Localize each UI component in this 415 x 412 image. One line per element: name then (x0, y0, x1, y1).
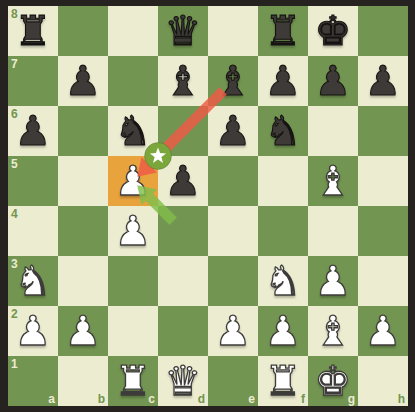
piece-black-bishop[interactable]: ♝ (208, 56, 258, 106)
square-e8[interactable] (208, 6, 258, 56)
square-b4[interactable] (58, 206, 108, 256)
rank-label-7: 7 (11, 57, 18, 71)
square-f5[interactable] (258, 156, 308, 206)
piece-white-bishop[interactable]: ♝ (308, 156, 358, 206)
square-a1[interactable]: 1a (8, 356, 58, 406)
square-e4[interactable] (208, 206, 258, 256)
square-d2[interactable] (158, 306, 208, 356)
square-e7[interactable]: ♝ (208, 56, 258, 106)
square-b3[interactable] (58, 256, 108, 306)
square-c8[interactable] (108, 6, 158, 56)
square-g3[interactable]: ♟ (308, 256, 358, 306)
piece-black-pawn[interactable]: ♟ (308, 56, 358, 106)
piece-black-pawn[interactable]: ♟ (8, 106, 58, 156)
piece-white-pawn[interactable]: ♟ (258, 306, 308, 356)
square-b5[interactable] (58, 156, 108, 206)
square-g8[interactable]: ♚ (308, 6, 358, 56)
square-g5[interactable]: ♝ (308, 156, 358, 206)
piece-white-queen[interactable]: ♛ (158, 356, 208, 406)
rank-label-1: 1 (11, 357, 18, 371)
square-h1[interactable]: h (358, 356, 408, 406)
piece-white-rook[interactable]: ♜ (258, 356, 308, 406)
square-a7[interactable]: 7 (8, 56, 58, 106)
square-b2[interactable]: ♟ (58, 306, 108, 356)
piece-white-rook[interactable]: ♜ (108, 356, 158, 406)
square-h7[interactable]: ♟ (358, 56, 408, 106)
square-d6[interactable] (158, 106, 208, 156)
square-f2[interactable]: ♟ (258, 306, 308, 356)
square-f1[interactable]: f♜ (258, 356, 308, 406)
square-g4[interactable] (308, 206, 358, 256)
square-b8[interactable] (58, 6, 108, 56)
square-e3[interactable] (208, 256, 258, 306)
square-h5[interactable] (358, 156, 408, 206)
piece-black-pawn[interactable]: ♟ (158, 156, 208, 206)
square-c5[interactable]: ♟ (108, 156, 158, 206)
square-e6[interactable]: ♟ (208, 106, 258, 156)
square-e1[interactable]: e (208, 356, 258, 406)
square-d7[interactable]: ♝ (158, 56, 208, 106)
square-e2[interactable]: ♟ (208, 306, 258, 356)
piece-black-pawn[interactable]: ♟ (358, 56, 408, 106)
square-c6[interactable]: ♞ (108, 106, 158, 156)
square-f6[interactable]: ♞ (258, 106, 308, 156)
piece-white-pawn[interactable]: ♟ (108, 206, 158, 256)
square-g1[interactable]: g♚ (308, 356, 358, 406)
square-h6[interactable] (358, 106, 408, 156)
square-b6[interactable] (58, 106, 108, 156)
square-b1[interactable]: b (58, 356, 108, 406)
square-d5[interactable]: ♟ (158, 156, 208, 206)
square-h4[interactable] (358, 206, 408, 256)
square-f3[interactable]: ♞ (258, 256, 308, 306)
square-c3[interactable] (108, 256, 158, 306)
piece-white-pawn[interactable]: ♟ (308, 256, 358, 306)
square-c7[interactable] (108, 56, 158, 106)
square-a2[interactable]: 2♟ (8, 306, 58, 356)
piece-white-pawn[interactable]: ♟ (58, 306, 108, 356)
piece-white-knight[interactable]: ♞ (258, 256, 308, 306)
square-f8[interactable]: ♜ (258, 6, 308, 56)
square-g6[interactable] (308, 106, 358, 156)
square-b7[interactable]: ♟ (58, 56, 108, 106)
square-a5[interactable]: 5 (8, 156, 58, 206)
square-d1[interactable]: d♛ (158, 356, 208, 406)
file-label-h: h (398, 392, 405, 406)
square-d4[interactable] (158, 206, 208, 256)
piece-white-bishop[interactable]: ♝ (308, 306, 358, 356)
square-g2[interactable]: ♝ (308, 306, 358, 356)
square-c2[interactable] (108, 306, 158, 356)
file-label-a: a (48, 392, 55, 406)
piece-white-king[interactable]: ♚ (308, 356, 358, 406)
file-label-b: b (98, 392, 105, 406)
piece-black-pawn[interactable]: ♟ (58, 56, 108, 106)
square-c4[interactable]: ♟ (108, 206, 158, 256)
square-h8[interactable] (358, 6, 408, 56)
square-d8[interactable]: ♛ (158, 6, 208, 56)
piece-black-rook[interactable]: ♜ (258, 6, 308, 56)
square-a4[interactable]: 4 (8, 206, 58, 256)
chess-board-frame: 8♜♛♜♚7♟♝♝♟♟♟6♟♞♟♞5♟♟♝4♟3♞♞♟2♟♟♟♟♝♟1abc♜d… (0, 0, 415, 412)
board: 8♜♛♜♚7♟♝♝♟♟♟6♟♞♟♞5♟♟♝4♟3♞♞♟2♟♟♟♟♝♟1abc♜d… (8, 6, 408, 406)
piece-black-queen[interactable]: ♛ (158, 6, 208, 56)
piece-black-bishop[interactable]: ♝ (158, 56, 208, 106)
piece-black-knight[interactable]: ♞ (108, 106, 158, 156)
square-f7[interactable]: ♟ (258, 56, 308, 106)
piece-white-knight[interactable]: ♞ (8, 256, 58, 306)
square-a3[interactable]: 3♞ (8, 256, 58, 306)
rank-label-5: 5 (11, 157, 18, 171)
square-f4[interactable] (258, 206, 308, 256)
square-a8[interactable]: 8♜ (8, 6, 58, 56)
piece-white-pawn[interactable]: ♟ (358, 306, 408, 356)
piece-black-pawn[interactable]: ♟ (208, 106, 258, 156)
piece-white-pawn[interactable]: ♟ (208, 306, 258, 356)
square-h3[interactable] (358, 256, 408, 306)
square-e5[interactable] (208, 156, 258, 206)
square-a6[interactable]: 6♟ (8, 106, 58, 156)
square-h2[interactable]: ♟ (358, 306, 408, 356)
file-label-e: e (248, 392, 255, 406)
square-c1[interactable]: c♜ (108, 356, 158, 406)
piece-white-pawn[interactable]: ♟ (108, 156, 158, 206)
rank-label-4: 4 (11, 207, 18, 221)
square-g7[interactable]: ♟ (308, 56, 358, 106)
square-d3[interactable] (158, 256, 208, 306)
piece-black-knight[interactable]: ♞ (258, 106, 308, 156)
piece-black-king[interactable]: ♚ (308, 6, 358, 56)
piece-black-rook[interactable]: ♜ (8, 6, 58, 56)
piece-black-pawn[interactable]: ♟ (258, 56, 308, 106)
piece-white-pawn[interactable]: ♟ (8, 306, 58, 356)
